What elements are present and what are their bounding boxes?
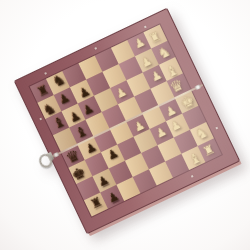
nail-head [144, 26, 147, 29]
hinge-screw [195, 84, 201, 90]
nail-head [39, 118, 42, 121]
nail-head [191, 175, 194, 178]
nail-head [44, 72, 47, 75]
chess-board: ♜♞♝♛♚♜♞♟♟♝♟♟♟♟♟♟♜♞♝♛♚♞♜♟♟♟♟♟♝♟♟♟ [14, 8, 241, 235]
nail-head [215, 127, 218, 130]
hinge-screw [53, 152, 59, 158]
nail-head [94, 47, 97, 50]
product-photo: ♜♞♝♛♚♜♞♟♟♝♟♟♟♟♟♟♜♞♝♛♚♞♜♟♟♟♟♟♝♟♟♟ [0, 0, 250, 250]
